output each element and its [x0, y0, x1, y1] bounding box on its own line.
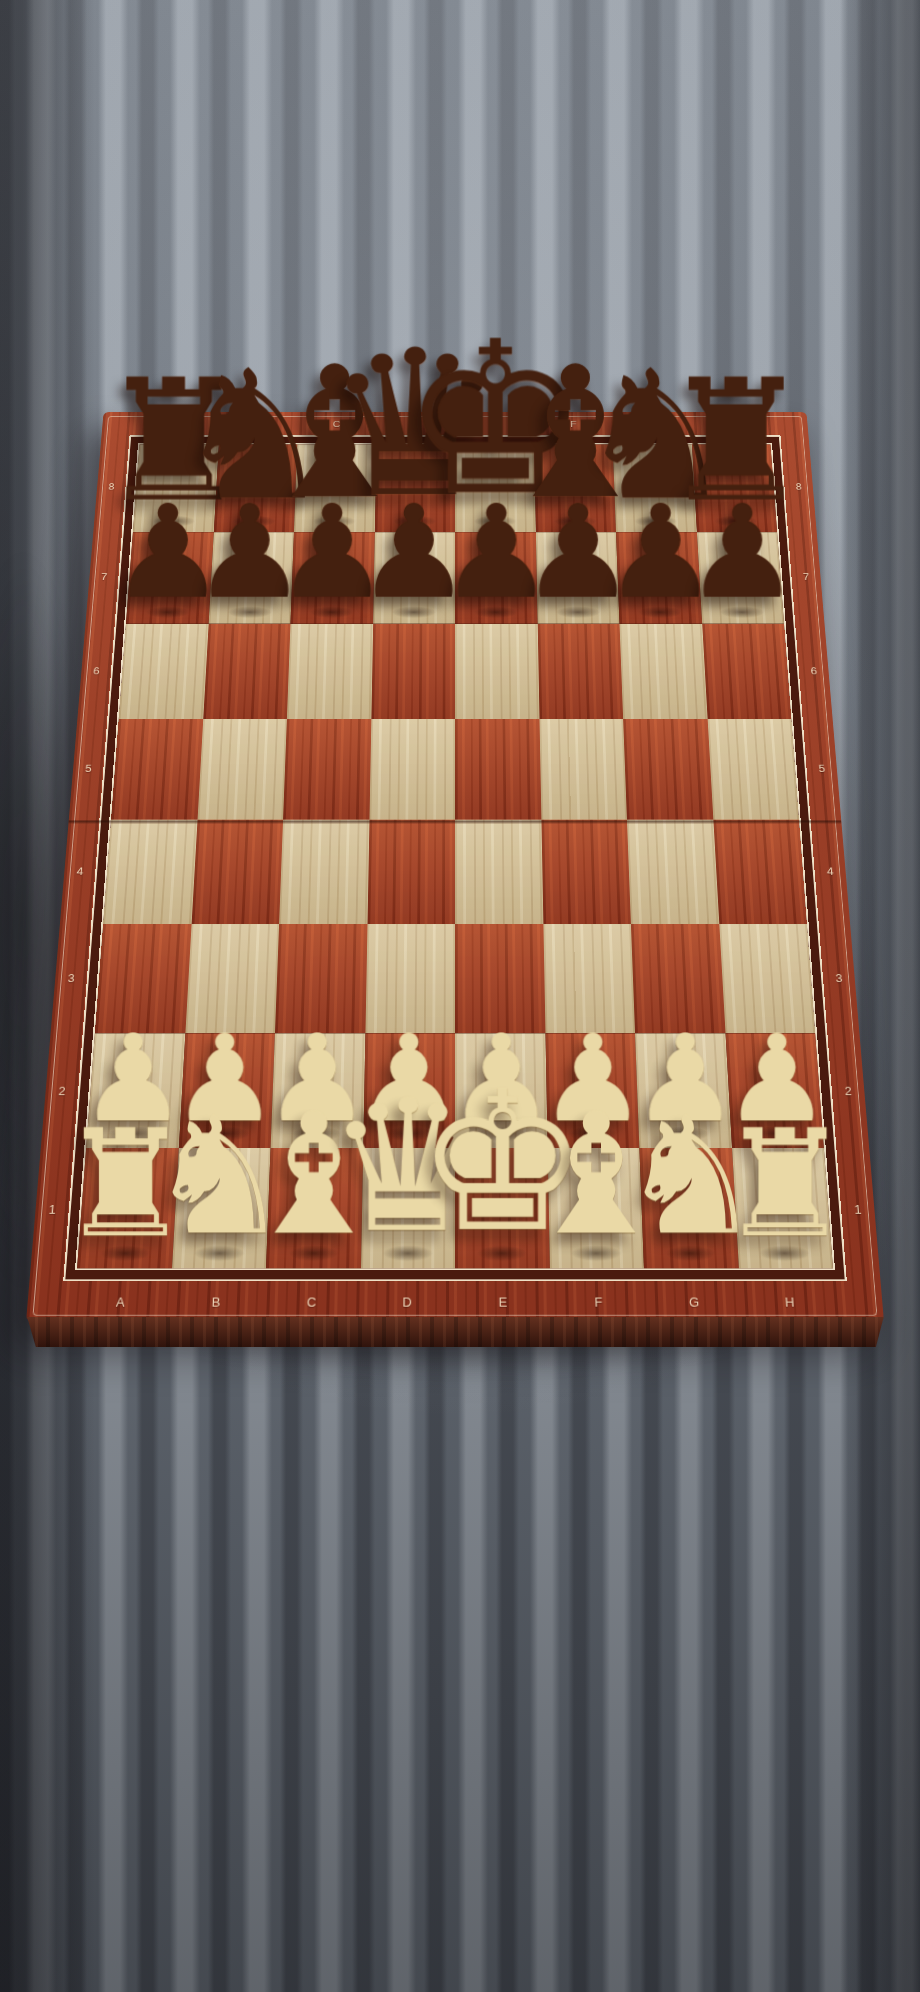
inner-pinstripe: ♜♞♝♛♚♝♞♜♟♟♟♟♟♟♟♟♟♟♟♟♟♟♟♟♜♞♝♛♚♝♞♜ [75, 443, 835, 1270]
square-a4[interactable] [103, 819, 197, 923]
square-e5[interactable] [455, 719, 541, 819]
square-d5[interactable] [369, 719, 455, 819]
square-h6[interactable] [702, 624, 792, 720]
file-label-a-bottom: A [71, 1281, 169, 1322]
square-d4[interactable] [367, 819, 455, 923]
square-g5[interactable] [623, 719, 713, 819]
file-label-d-bottom: D [359, 1281, 455, 1322]
square-e6[interactable] [455, 624, 539, 720]
chessboard-scene: ABCDEFGH ABCDEFGH 87654321 87654321 ♜♞♝♛… [26, 237, 884, 1322]
photo-chess-scene: { "game": "chess", "scene": "overhead ph… [0, 0, 920, 1992]
file-label-e-bottom: E [455, 1281, 551, 1322]
square-h4[interactable] [713, 819, 807, 923]
square-c6[interactable] [287, 624, 373, 720]
square-h1[interactable]: ♜ [732, 1148, 833, 1268]
square-b4[interactable] [191, 819, 283, 923]
square-f6[interactable] [537, 624, 623, 720]
board-grid: ♜♞♝♛♚♝♞♜♟♟♟♟♟♟♟♟♟♟♟♟♟♟♟♟♜♞♝♛♚♝♞♜ [77, 444, 833, 1268]
square-f4[interactable] [541, 819, 631, 923]
square-a5[interactable] [111, 719, 203, 819]
board-front-edge [22, 1317, 888, 1347]
square-b5[interactable] [197, 719, 287, 819]
file-label-f-bottom: F [550, 1281, 647, 1322]
square-g4[interactable] [627, 819, 719, 923]
square-h5[interactable] [707, 719, 799, 819]
piece-white-rook-h1[interactable]: ♜ [719, 1110, 852, 1258]
file-label-c-bottom: C [263, 1281, 360, 1322]
square-c4[interactable] [279, 819, 369, 923]
square-a6[interactable] [119, 624, 209, 720]
square-g6[interactable] [620, 624, 708, 720]
square-h7[interactable]: ♟ [697, 532, 784, 624]
file-labels-bottom: ABCDEFGH [71, 1281, 839, 1322]
file-label-b-bottom: B [167, 1281, 265, 1322]
chessboard: ABCDEFGH ABCDEFGH 87654321 87654321 ♜♞♝♛… [26, 412, 884, 1322]
square-e4[interactable] [455, 819, 543, 923]
playing-area: ♜♞♝♛♚♝♞♜♟♟♟♟♟♟♟♟♟♟♟♟♟♟♟♟♜♞♝♛♚♝♞♜ [63, 435, 847, 1281]
piece-black-pawn-h7[interactable]: ♟ [685, 487, 801, 616]
square-f5[interactable] [539, 719, 627, 819]
square-b6[interactable] [203, 624, 291, 720]
file-label-h-bottom: H [741, 1281, 839, 1322]
square-c5[interactable] [283, 719, 371, 819]
file-label-g-bottom: G [645, 1281, 743, 1322]
square-d6[interactable] [371, 624, 455, 720]
